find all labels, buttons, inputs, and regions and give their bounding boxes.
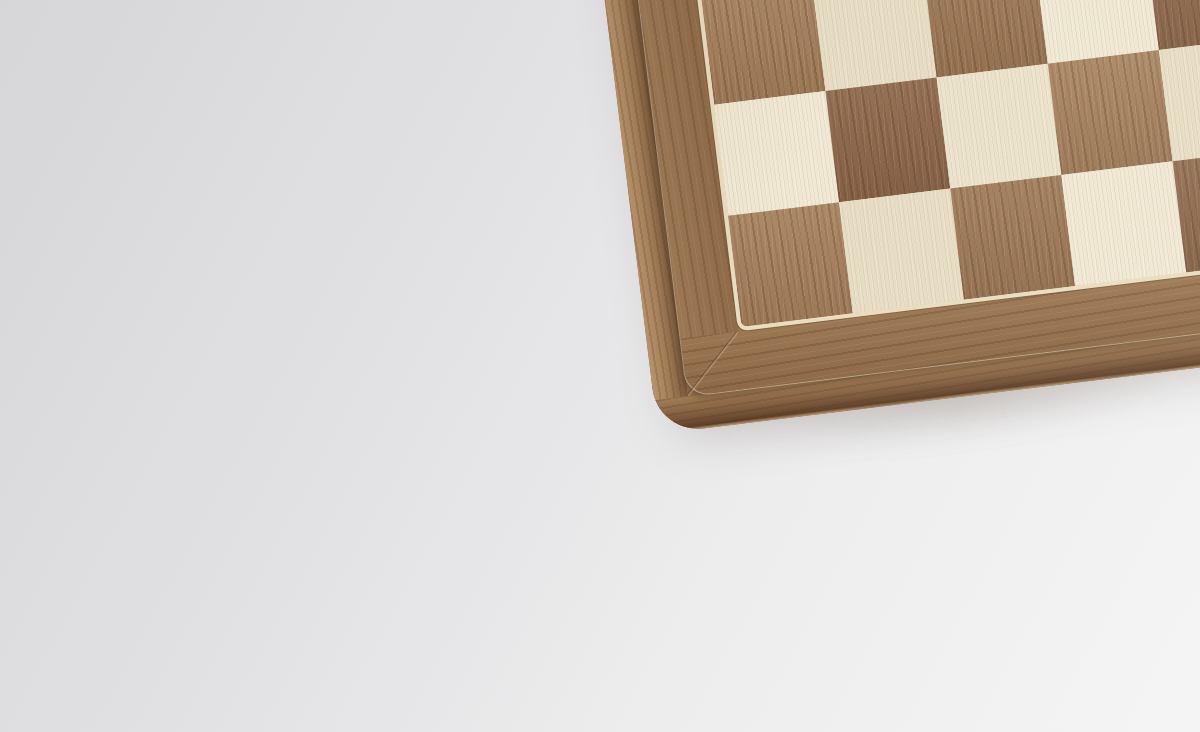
square-c2 xyxy=(937,64,1062,189)
square-b3 xyxy=(812,0,937,91)
square-c1 xyxy=(950,175,1075,300)
square-a3 xyxy=(701,0,826,105)
frame-mitre-joint xyxy=(681,331,746,396)
square-d2 xyxy=(1048,50,1173,175)
chess-board xyxy=(525,0,1200,434)
square-a1 xyxy=(728,202,853,327)
square-d1 xyxy=(1061,161,1186,286)
square-a2 xyxy=(714,91,839,216)
square-b2 xyxy=(825,77,950,202)
square-b1 xyxy=(839,189,964,314)
photo-backdrop xyxy=(0,0,1200,732)
